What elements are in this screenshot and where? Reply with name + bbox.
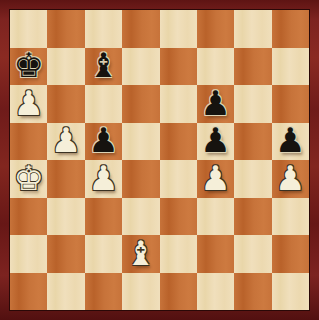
square-f6[interactable]: ♟ — [197, 85, 234, 123]
square-a6[interactable]: ♟ — [10, 85, 47, 123]
black-pawn[interactable]: ♟ — [200, 86, 230, 120]
square-g6[interactable] — [234, 85, 271, 123]
square-b7[interactable] — [47, 48, 84, 86]
square-e3[interactable] — [160, 198, 197, 236]
square-h8[interactable] — [272, 10, 309, 48]
square-d3[interactable] — [122, 198, 159, 236]
square-h4[interactable]: ♟ — [272, 160, 309, 198]
square-a4[interactable]: ♚ — [10, 160, 47, 198]
square-e1[interactable] — [160, 273, 197, 311]
square-c7[interactable]: ♝ — [85, 48, 122, 86]
square-a8[interactable] — [10, 10, 47, 48]
square-b5[interactable]: ♟ — [47, 123, 84, 161]
square-e6[interactable] — [160, 85, 197, 123]
square-e2[interactable] — [160, 235, 197, 273]
square-h1[interactable] — [272, 273, 309, 311]
square-d8[interactable] — [122, 10, 159, 48]
square-c2[interactable] — [85, 235, 122, 273]
square-b8[interactable] — [47, 10, 84, 48]
white-pawn[interactable]: ♟ — [275, 161, 305, 195]
square-g1[interactable] — [234, 273, 271, 311]
square-a3[interactable] — [10, 198, 47, 236]
square-h2[interactable] — [272, 235, 309, 273]
square-f7[interactable] — [197, 48, 234, 86]
square-b3[interactable] — [47, 198, 84, 236]
square-f5[interactable]: ♟ — [197, 123, 234, 161]
black-bishop[interactable]: ♝ — [88, 48, 118, 82]
square-d4[interactable] — [122, 160, 159, 198]
square-a2[interactable] — [10, 235, 47, 273]
square-h5[interactable]: ♟ — [272, 123, 309, 161]
square-d5[interactable] — [122, 123, 159, 161]
white-bishop[interactable]: ♝ — [126, 236, 156, 270]
square-f8[interactable] — [197, 10, 234, 48]
square-e5[interactable] — [160, 123, 197, 161]
square-g5[interactable] — [234, 123, 271, 161]
square-a5[interactable] — [10, 123, 47, 161]
chess-board-frame: ♚♝♟♟♟♟♟♟♚♟♟♟♝ — [0, 0, 319, 320]
square-h6[interactable] — [272, 85, 309, 123]
square-h7[interactable] — [272, 48, 309, 86]
black-pawn[interactable]: ♟ — [275, 123, 305, 157]
square-c5[interactable]: ♟ — [85, 123, 122, 161]
black-pawn[interactable]: ♟ — [200, 123, 230, 157]
black-king[interactable]: ♚ — [13, 48, 43, 82]
square-b2[interactable] — [47, 235, 84, 273]
square-g4[interactable] — [234, 160, 271, 198]
square-b1[interactable] — [47, 273, 84, 311]
square-c1[interactable] — [85, 273, 122, 311]
square-e4[interactable] — [160, 160, 197, 198]
white-pawn[interactable]: ♟ — [88, 161, 118, 195]
square-c3[interactable] — [85, 198, 122, 236]
square-d1[interactable] — [122, 273, 159, 311]
chess-board: ♚♝♟♟♟♟♟♟♚♟♟♟♝ — [10, 10, 309, 310]
square-f4[interactable]: ♟ — [197, 160, 234, 198]
square-b6[interactable] — [47, 85, 84, 123]
square-d2[interactable]: ♝ — [122, 235, 159, 273]
white-pawn[interactable]: ♟ — [51, 123, 81, 157]
square-g3[interactable] — [234, 198, 271, 236]
square-f3[interactable] — [197, 198, 234, 236]
white-pawn[interactable]: ♟ — [13, 86, 43, 120]
square-a7[interactable]: ♚ — [10, 48, 47, 86]
square-a1[interactable] — [10, 273, 47, 311]
white-pawn[interactable]: ♟ — [200, 161, 230, 195]
square-c4[interactable]: ♟ — [85, 160, 122, 198]
square-g2[interactable] — [234, 235, 271, 273]
square-g7[interactable] — [234, 48, 271, 86]
square-e8[interactable] — [160, 10, 197, 48]
square-d6[interactable] — [122, 85, 159, 123]
square-c6[interactable] — [85, 85, 122, 123]
square-f2[interactable] — [197, 235, 234, 273]
square-d7[interactable] — [122, 48, 159, 86]
square-b4[interactable] — [47, 160, 84, 198]
square-e7[interactable] — [160, 48, 197, 86]
black-pawn[interactable]: ♟ — [88, 123, 118, 157]
square-c8[interactable] — [85, 10, 122, 48]
square-f1[interactable] — [197, 273, 234, 311]
square-h3[interactable] — [272, 198, 309, 236]
white-king[interactable]: ♚ — [13, 161, 43, 195]
square-g8[interactable] — [234, 10, 271, 48]
